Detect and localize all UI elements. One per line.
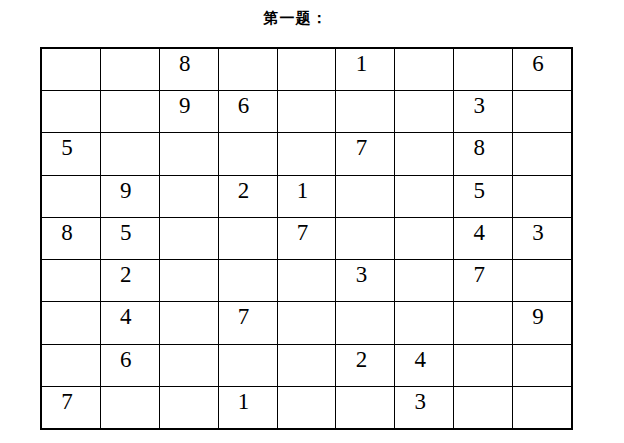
cell-r7c7[interactable]	[395, 302, 453, 343]
worksheet-page: 第一题： 816963578921585743237479624713	[0, 0, 624, 443]
cell-r6c9[interactable]	[513, 260, 571, 301]
cell-r9c3[interactable]	[160, 387, 218, 428]
cell-r1c8[interactable]	[454, 49, 512, 90]
given-digit: 3	[473, 93, 485, 118]
cell-r3c4[interactable]	[219, 133, 277, 174]
cell-r3c9[interactable]	[513, 133, 571, 174]
given-digit: 3	[532, 220, 544, 245]
cell-r5c3[interactable]	[160, 218, 218, 259]
cell-r3c2[interactable]	[101, 133, 159, 174]
given-digit: 5	[473, 178, 485, 203]
given-digit: 5	[61, 135, 73, 160]
given-digit: 4	[120, 304, 132, 329]
page-title: 第一题：	[29, 9, 562, 28]
cell-r1c1[interactable]	[42, 49, 100, 90]
cell-r8c3[interactable]	[160, 345, 218, 386]
cell-r2c9[interactable]	[513, 91, 571, 132]
given-digit: 9	[120, 178, 132, 203]
cell-r4c2[interactable]: 9	[101, 176, 159, 217]
given-digit: 8	[179, 51, 191, 76]
cell-r6c3[interactable]	[160, 260, 218, 301]
given-digit: 4	[415, 347, 427, 372]
cell-r8c2[interactable]: 6	[101, 345, 159, 386]
cell-r2c2[interactable]	[101, 91, 159, 132]
cell-r2c5[interactable]	[278, 91, 336, 132]
cell-r9c1[interactable]: 7	[42, 387, 100, 428]
cell-r9c9[interactable]	[513, 387, 571, 428]
cell-r1c5[interactable]	[278, 49, 336, 90]
cell-r3c8[interactable]: 8	[454, 133, 512, 174]
cell-r4c9[interactable]	[513, 176, 571, 217]
cell-r9c7[interactable]: 3	[395, 387, 453, 428]
cell-r6c1[interactable]	[42, 260, 100, 301]
given-digit: 7	[356, 135, 368, 160]
given-digit: 1	[356, 51, 368, 76]
cell-r7c3[interactable]	[160, 302, 218, 343]
cell-r6c7[interactable]	[395, 260, 453, 301]
cell-r6c6[interactable]: 3	[336, 260, 394, 301]
given-digit: 7	[473, 262, 485, 287]
given-digit: 6	[532, 51, 544, 76]
cell-r5c6[interactable]	[336, 218, 394, 259]
given-digit: 8	[61, 220, 73, 245]
cell-r2c6[interactable]	[336, 91, 394, 132]
cell-r5c8[interactable]: 4	[454, 218, 512, 259]
cell-r5c5[interactable]: 7	[278, 218, 336, 259]
cell-r8c6[interactable]: 2	[336, 345, 394, 386]
given-digit: 7	[297, 220, 309, 245]
cell-r1c3[interactable]: 8	[160, 49, 218, 90]
given-digit: 9	[532, 304, 544, 329]
cell-r2c1[interactable]	[42, 91, 100, 132]
cell-r7c9[interactable]: 9	[513, 302, 571, 343]
cell-r2c8[interactable]: 3	[454, 91, 512, 132]
given-digit: 6	[238, 93, 250, 118]
given-digit: 2	[120, 262, 132, 287]
cell-r4c7[interactable]	[395, 176, 453, 217]
cell-r4c3[interactable]	[160, 176, 218, 217]
cell-r8c7[interactable]: 4	[395, 345, 453, 386]
cell-r9c4[interactable]: 1	[219, 387, 277, 428]
cell-r6c4[interactable]	[219, 260, 277, 301]
cell-r4c6[interactable]	[336, 176, 394, 217]
given-digit: 5	[120, 220, 132, 245]
given-digit: 6	[120, 347, 132, 372]
cell-r7c2[interactable]: 4	[101, 302, 159, 343]
cell-r7c6[interactable]	[336, 302, 394, 343]
given-digit: 1	[297, 178, 309, 203]
given-digit: 3	[415, 389, 427, 414]
given-digit: 7	[61, 389, 73, 414]
given-digit: 3	[356, 262, 368, 287]
cell-r3c3[interactable]	[160, 133, 218, 174]
cell-r4c8[interactable]: 5	[454, 176, 512, 217]
cell-r8c9[interactable]	[513, 345, 571, 386]
given-digit: 7	[238, 304, 250, 329]
cell-r7c5[interactable]	[278, 302, 336, 343]
cell-r8c4[interactable]	[219, 345, 277, 386]
given-digit: 8	[473, 135, 485, 160]
given-digit: 9	[179, 93, 191, 118]
cell-r5c7[interactable]	[395, 218, 453, 259]
cell-r9c2[interactable]	[101, 387, 159, 428]
cell-r7c8[interactable]	[454, 302, 512, 343]
cell-r6c5[interactable]	[278, 260, 336, 301]
cell-r4c5[interactable]: 1	[278, 176, 336, 217]
cell-r1c2[interactable]	[101, 49, 159, 90]
cell-r9c8[interactable]	[454, 387, 512, 428]
cell-r1c4[interactable]	[219, 49, 277, 90]
cell-r3c7[interactable]	[395, 133, 453, 174]
cell-r3c1[interactable]: 5	[42, 133, 100, 174]
cell-r1c9[interactable]: 6	[513, 49, 571, 90]
cell-r4c4[interactable]: 2	[219, 176, 277, 217]
cell-r2c4[interactable]: 6	[219, 91, 277, 132]
cell-r7c1[interactable]	[42, 302, 100, 343]
cell-r8c8[interactable]	[454, 345, 512, 386]
given-digit: 1	[238, 389, 250, 414]
cell-r4c1[interactable]	[42, 176, 100, 217]
cell-r5c4[interactable]	[219, 218, 277, 259]
given-digit: 2	[356, 347, 368, 372]
cell-r1c7[interactable]	[395, 49, 453, 90]
cell-r5c1[interactable]: 8	[42, 218, 100, 259]
given-digit: 2	[238, 178, 250, 203]
cell-r6c2[interactable]: 2	[101, 260, 159, 301]
cell-r5c9[interactable]: 3	[513, 218, 571, 259]
cell-r5c2[interactable]: 5	[101, 218, 159, 259]
cell-r3c6[interactable]: 7	[336, 133, 394, 174]
cell-r3c5[interactable]	[278, 133, 336, 174]
sudoku-board: 816963578921585743237479624713	[40, 47, 573, 430]
cell-r6c8[interactable]: 7	[454, 260, 512, 301]
cell-r2c7[interactable]	[395, 91, 453, 132]
cell-r2c3[interactable]: 9	[160, 91, 218, 132]
cell-r8c1[interactable]	[42, 345, 100, 386]
cell-r9c5[interactable]	[278, 387, 336, 428]
cell-r1c6[interactable]: 1	[336, 49, 394, 90]
cell-r8c5[interactable]	[278, 345, 336, 386]
cell-r9c6[interactable]	[336, 387, 394, 428]
cell-r7c4[interactable]: 7	[219, 302, 277, 343]
given-digit: 4	[473, 220, 485, 245]
